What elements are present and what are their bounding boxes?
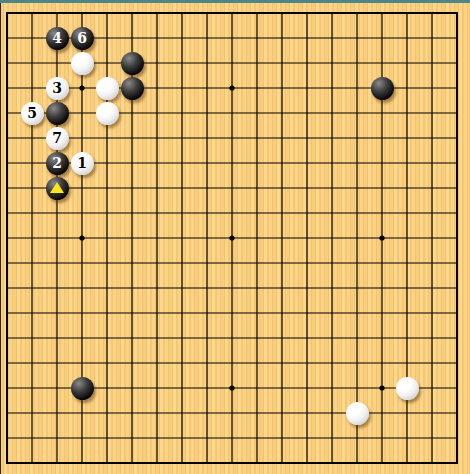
board-intersection[interactable] <box>395 376 420 401</box>
board-intersection[interactable]: 7 <box>45 126 70 151</box>
go-board[interactable]: 4635721 <box>0 0 470 474</box>
stone-black: 4 <box>46 27 69 50</box>
move-number: 1 <box>77 152 87 175</box>
move-number: 4 <box>52 27 62 50</box>
move-number: 5 <box>27 102 37 125</box>
stone-black: 2 <box>46 152 69 175</box>
stone-black <box>121 77 144 100</box>
stone-white: 5 <box>21 102 44 125</box>
stone-white <box>96 102 119 125</box>
board-intersection[interactable]: 1 <box>70 151 95 176</box>
stone-white: 7 <box>46 127 69 150</box>
stone-white: 1 <box>71 152 94 175</box>
window-edge-left <box>0 0 1 474</box>
go-diagram-screen: 4635721 <box>0 0 470 474</box>
window-edge-strip <box>0 0 470 3</box>
move-number: 2 <box>52 152 62 175</box>
board-intersection[interactable]: 4 <box>45 26 70 51</box>
board-intersection[interactable] <box>120 76 145 101</box>
stone-black <box>46 102 69 125</box>
stone-black: 6 <box>71 27 94 50</box>
stone-white <box>71 52 94 75</box>
board-intersection[interactable] <box>70 376 95 401</box>
stone-white <box>96 77 119 100</box>
stone-black-marked <box>46 177 69 200</box>
move-number: 3 <box>52 77 62 100</box>
stone-black <box>121 52 144 75</box>
move-number: 6 <box>77 27 87 50</box>
move-number: 7 <box>52 127 62 150</box>
board-intersection[interactable]: 2 <box>45 151 70 176</box>
board-intersection[interactable] <box>120 51 145 76</box>
stone-black <box>371 77 394 100</box>
board-intersection[interactable] <box>370 76 395 101</box>
board-intersection[interactable] <box>95 101 120 126</box>
board-intersection[interactable] <box>95 76 120 101</box>
board-intersection[interactable] <box>45 176 70 201</box>
stones-layer: 4635721 <box>0 1 470 474</box>
board-intersection[interactable]: 3 <box>45 76 70 101</box>
board-intersection[interactable] <box>70 51 95 76</box>
board-intersection[interactable] <box>45 101 70 126</box>
board-intersection[interactable]: 6 <box>70 26 95 51</box>
stone-white: 3 <box>46 77 69 100</box>
triangle-marker-icon <box>50 182 64 193</box>
stone-white <box>396 377 419 400</box>
stone-black <box>71 377 94 400</box>
board-intersection[interactable]: 5 <box>20 101 45 126</box>
stone-white <box>346 402 369 425</box>
board-intersection[interactable] <box>345 401 370 426</box>
